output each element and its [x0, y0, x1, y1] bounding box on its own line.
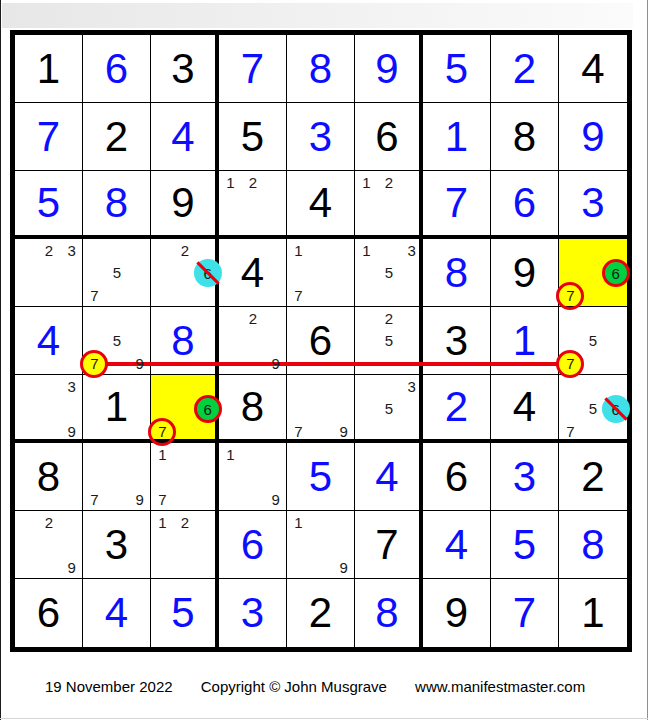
candidate-r8c5-1: 1 [287, 511, 310, 534]
digit-r2c1: 7 [15, 103, 82, 170]
window-titlebar [2, 3, 633, 28]
cell-r2c1[interactable]: 7 [15, 103, 83, 171]
cell-r7c6[interactable]: 4 [355, 443, 423, 511]
digit-r1c5: 8 [287, 35, 354, 102]
candidate-r5c6-2: 2 [378, 307, 401, 330]
digit-r1c2: 6 [83, 35, 150, 102]
candidate-r7c2-9: 9 [128, 488, 151, 511]
cell-r1c8[interactable]: 2 [491, 35, 559, 103]
candidate-r7c4-1: 1 [219, 443, 242, 466]
candidate-r8c1-2: 2 [38, 511, 61, 534]
digit-r8c7: 4 [423, 511, 490, 578]
candidate-r4c5-7: 7 [287, 284, 310, 307]
cell-r2c2[interactable]: 2 [83, 103, 151, 171]
digit-r9c4: 3 [219, 579, 286, 647]
cell-r7c8[interactable]: 3 [491, 443, 559, 511]
digit-r9c5: 2 [287, 579, 354, 647]
candidate-r4c6-5: 5 [378, 262, 401, 285]
cell-r1c5[interactable]: 8 [287, 35, 355, 103]
cell-r3c3[interactable]: 9 [151, 171, 219, 239]
digit-r3c8: 6 [491, 171, 558, 235]
digit-r9c2: 4 [83, 579, 150, 647]
cell-r7c5[interactable]: 5 [287, 443, 355, 511]
cell-r2c6[interactable]: 6 [355, 103, 423, 171]
cell-r1c4[interactable]: 7 [219, 35, 287, 103]
window-left-edge [0, 0, 1, 720]
digit-r2c9: 9 [559, 103, 627, 170]
digit-r8c4: 6 [219, 511, 286, 578]
cell-r4c8[interactable]: 9 [491, 239, 559, 307]
digit-r9c8: 7 [491, 579, 558, 647]
window-bottom-edge [0, 718, 648, 719]
cell-r8c6[interactable]: 7 [355, 511, 423, 579]
candidate-r4c1-2: 2 [38, 239, 61, 262]
digit-r7c6: 4 [355, 443, 419, 510]
candidate-r6c5-7: 7 [287, 420, 310, 443]
candidate-r5c9-5: 5 [582, 330, 605, 353]
cell-r1c2[interactable]: 6 [83, 35, 151, 103]
digit-r3c5: 4 [287, 171, 354, 235]
cell-r9c9[interactable]: 1 [559, 579, 627, 647]
cell-r2c4[interactable]: 5 [219, 103, 287, 171]
cell-r2c8[interactable]: 8 [491, 103, 559, 171]
digit-r2c6: 6 [355, 103, 419, 170]
candidate-r3c6-2: 2 [378, 171, 401, 194]
digit-r1c9: 4 [559, 35, 627, 102]
candidate-r7c2-7: 7 [83, 488, 106, 511]
digit-r3c9: 3 [559, 171, 627, 235]
candidate-r3c6-1: 1 [355, 171, 378, 194]
cell-r8c8[interactable]: 5 [491, 511, 559, 579]
candidate-r7c4-9: 9 [264, 488, 287, 511]
footer-copyright: Copyright © John Musgrave [201, 678, 387, 695]
digit-r8c9: 8 [559, 511, 627, 578]
digit-r7c1: 8 [15, 443, 82, 510]
mark-green-circle-r6c3-6: 6 [194, 395, 222, 423]
cell-r8c4[interactable]: 6 [219, 511, 287, 579]
cell-r3c9[interactable]: 3 [559, 171, 627, 239]
cell-r9c5[interactable]: 2 [287, 579, 355, 647]
candidate-r3c4-1: 1 [219, 171, 242, 194]
cell-r9c7[interactable]: 9 [423, 579, 491, 647]
cell-r5c1[interactable]: 4 [15, 307, 83, 375]
cell-r3c2[interactable]: 8 [83, 171, 151, 239]
cell-r8c2[interactable]: 3 [83, 511, 151, 579]
candidate-r6c9-7: 7 [559, 420, 582, 443]
mark-red-ring-r6c3-7: 7 [148, 418, 176, 446]
digit-r2c7: 1 [423, 103, 490, 170]
candidate-r4c6-1: 1 [355, 239, 378, 262]
cell-r2c7[interactable]: 1 [423, 103, 491, 171]
chain-link-line [94, 362, 570, 366]
candidate-r6c9-5: 5 [582, 398, 605, 421]
cell-r9c2[interactable]: 4 [83, 579, 151, 647]
window-right-edge [647, 0, 648, 720]
cell-r9c4[interactable]: 3 [219, 579, 287, 647]
digit-r1c7: 5 [423, 35, 490, 102]
cell-r1c1[interactable]: 1 [15, 35, 83, 103]
mark-green-circle-r4c9-6: 6 [602, 259, 630, 287]
candidate-r4c3-2: 2 [174, 239, 197, 262]
digit-r2c8: 8 [491, 103, 558, 170]
digit-r9c6: 8 [355, 579, 419, 647]
candidate-r5c2-5: 5 [106, 330, 129, 353]
digit-r6c2: 1 [83, 375, 150, 439]
digit-r2c2: 2 [83, 103, 150, 170]
digit-r7c8: 3 [491, 443, 558, 510]
digit-r1c4: 7 [219, 35, 286, 102]
digit-r9c9: 1 [559, 579, 627, 647]
digit-r3c1: 5 [15, 171, 82, 235]
cell-r1c7[interactable]: 5 [423, 35, 491, 103]
digit-r7c5: 5 [287, 443, 354, 510]
digit-r9c1: 6 [15, 579, 82, 647]
digit-r4c4: 4 [219, 239, 286, 306]
cell-r4c7[interactable]: 8 [423, 239, 491, 307]
digit-r1c8: 2 [491, 35, 558, 102]
digit-r8c2: 3 [83, 511, 150, 578]
candidate-r7c3-7: 7 [151, 488, 174, 511]
cell-r1c9[interactable]: 4 [559, 35, 627, 103]
cell-r3c5[interactable]: 4 [287, 171, 355, 239]
candidate-r4c6-3: 3 [400, 239, 423, 262]
candidate-r4c2-7: 7 [83, 284, 106, 307]
footer-url[interactable]: www.manifestmaster.com [415, 678, 585, 695]
candidate-r5c4-9: 9 [264, 352, 287, 375]
digit-r3c7: 7 [423, 171, 490, 235]
cell-r9c3[interactable]: 5 [151, 579, 219, 647]
cell-r7c1[interactable]: 8 [15, 443, 83, 511]
digit-r6c8: 4 [491, 375, 558, 439]
candidate-r8c3-1: 1 [151, 511, 174, 534]
candidate-r8c5-9: 9 [332, 556, 355, 579]
candidate-r8c1-9: 9 [60, 556, 83, 579]
candidate-r3c4-2: 2 [242, 171, 265, 194]
candidate-r4c2-5: 5 [106, 262, 129, 285]
cell-r3c7[interactable]: 7 [423, 171, 491, 239]
candidate-r7c3-1: 1 [151, 443, 174, 466]
digit-r7c7: 6 [423, 443, 490, 510]
candidate-r6c5-9: 9 [332, 420, 355, 443]
digit-r8c8: 5 [491, 511, 558, 578]
cell-r1c3[interactable]: 3 [151, 35, 219, 103]
candidate-r8c3-2: 2 [174, 511, 197, 534]
mark-yellow-circle-r5c2-7: 7 [80, 350, 108, 378]
digit-r1c1: 1 [15, 35, 82, 102]
candidate-r5c6-5: 5 [378, 330, 401, 353]
digit-r8c6: 7 [355, 511, 419, 578]
cell-r6c2[interactable]: 1 [83, 375, 151, 443]
candidate-r5c2-9: 9 [128, 352, 151, 375]
cell-r1c6[interactable]: 9 [355, 35, 423, 103]
candidate-r4c5-1: 1 [287, 239, 310, 262]
candidate-r5c4-2: 2 [242, 307, 265, 330]
cell-r9c8[interactable]: 7 [491, 579, 559, 647]
digit-r3c2: 8 [83, 171, 150, 235]
cell-r2c9[interactable]: 9 [559, 103, 627, 171]
digit-r1c3: 3 [151, 35, 215, 102]
digit-r9c7: 9 [423, 579, 490, 647]
cell-r4c4[interactable]: 4 [219, 239, 287, 307]
cell-r6c7[interactable]: 2 [423, 375, 491, 443]
cell-r2c3[interactable]: 4 [151, 103, 219, 171]
cell-r6c4[interactable]: 8 [219, 375, 287, 443]
candidate-r6c6-5: 5 [378, 398, 401, 421]
digit-r5c1: 4 [15, 307, 82, 374]
digit-r4c8: 9 [491, 239, 558, 306]
cell-r7c9[interactable]: 2 [559, 443, 627, 511]
digit-r6c7: 2 [423, 375, 490, 439]
digit-r2c3: 4 [151, 103, 215, 170]
cell-r7c7[interactable]: 6 [423, 443, 491, 511]
cell-r3c8[interactable]: 6 [491, 171, 559, 239]
cell-r8c9[interactable]: 8 [559, 511, 627, 579]
digit-r1c6: 9 [355, 35, 419, 102]
cell-r8c7[interactable]: 4 [423, 511, 491, 579]
digit-r7c9: 2 [559, 443, 627, 510]
mark-yellow-circle-r5c9-7: 7 [556, 350, 584, 378]
cell-r9c6[interactable]: 8 [355, 579, 423, 647]
candidate-r6c1-3: 3 [60, 375, 83, 398]
candidate-r6c1-9: 9 [60, 420, 83, 443]
digit-r6c4: 8 [219, 375, 286, 439]
footer-date: 19 November 2022 [45, 678, 173, 695]
digit-r2c4: 5 [219, 103, 286, 170]
sudoku-board: 1637895247245361895891241276323572417135… [10, 30, 632, 652]
cell-r2c5[interactable]: 3 [287, 103, 355, 171]
digit-r4c7: 8 [423, 239, 490, 306]
cell-r9c1[interactable]: 6 [15, 579, 83, 647]
digit-r2c5: 3 [287, 103, 354, 170]
candidate-r6c6-3: 3 [400, 375, 423, 398]
mark-red-ring-r4c9-7: 7 [556, 282, 584, 310]
cell-r3c1[interactable]: 5 [15, 171, 83, 239]
mark-cyan-strike-r6c9-6: 6 [602, 395, 630, 423]
sudoku-window: 1637895247245361895891241276323572417135… [0, 0, 650, 720]
digit-r3c3: 9 [151, 171, 215, 235]
digit-r9c3: 5 [151, 579, 215, 647]
cell-r6c8[interactable]: 4 [491, 375, 559, 443]
mark-cyan-strike-r4c3-6: 6 [194, 259, 222, 287]
footer: 19 November 2022 Copyright © John Musgra… [45, 678, 585, 695]
candidate-r4c1-3: 3 [60, 239, 83, 262]
